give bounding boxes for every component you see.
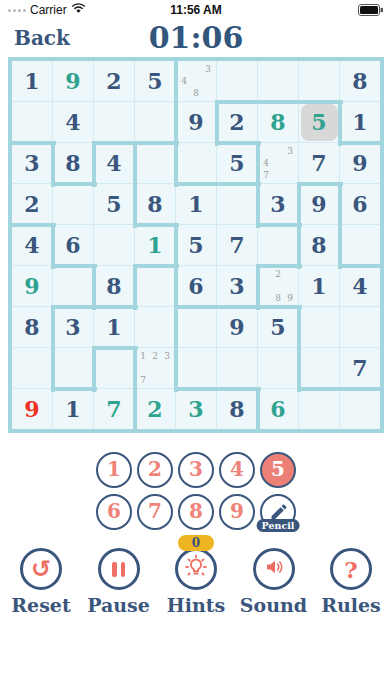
sudoku-cell[interactable]: 6 [53,225,93,265]
cell-digit: 9 [299,184,339,224]
pause-icon [112,562,125,577]
sudoku-cell[interactable]: 1 [299,266,339,306]
cell-digit: 6 [176,266,216,306]
toolbar: ↺ Reset Pause Hints Sound ? Rules [0,548,392,618]
cell-digit: 9 [340,143,380,183]
cell-digit: 9 [176,102,216,142]
pad-digit-3[interactable]: 3 [178,452,214,488]
sudoku-cell[interactable] [12,348,52,388]
sudoku-cell[interactable]: 5 [258,307,298,347]
sudoku-cell[interactable]: 9 [176,102,216,142]
number-pad-row1: 12345 [0,452,392,488]
sudoku-cell[interactable]: 8 [217,389,257,429]
cell-digit: 6 [340,184,380,224]
cell-digit: 4 [53,102,93,142]
sudoku-cell[interactable] [299,307,339,347]
pad-digit-4[interactable]: 4 [219,452,255,488]
sudoku-cell[interactable] [135,307,175,347]
sudoku-cell[interactable] [135,266,175,306]
sudoku-cell[interactable]: 347 [258,143,298,183]
pad-digit-label: 8 [180,496,212,527]
sudoku-cell[interactable]: 8 [299,225,339,265]
cell-digit: 4 [94,143,134,183]
sudoku-cell[interactable] [176,348,216,388]
cell-digit: 5 [258,307,298,347]
sudoku-cell[interactable] [53,184,93,224]
cell-digit: 5 [135,61,175,101]
sudoku-cell[interactable]: 3 [12,143,52,183]
sudoku-grid: 1925348849285138453477925813964615789863… [12,61,380,429]
sudoku-cell[interactable] [340,389,380,429]
sudoku-cell[interactable]: 5 [217,143,257,183]
sudoku-cell[interactable] [340,225,380,265]
cell-digit: 1 [340,102,380,142]
sudoku-cell[interactable]: 5 [94,184,134,224]
cell-digit: 9 [53,61,93,101]
cell-digit: 7 [340,348,380,388]
sudoku-cell[interactable] [135,102,175,142]
pad-digit-label: 1 [98,454,130,485]
cell-digit: 6 [53,225,93,265]
sudoku-cell[interactable]: 4 [340,266,380,306]
sudoku-cell[interactable] [299,389,339,429]
sudoku-cell[interactable]: 5 [176,225,216,265]
cell-digit: 9 [217,307,257,347]
sudoku-cell[interactable] [299,348,339,388]
reset-icon: ↺ [31,557,51,581]
sudoku-cell[interactable]: 7 [217,225,257,265]
hints-button[interactable]: Hints [157,548,235,616]
sudoku-cell[interactable]: 2 [135,389,175,429]
cell-digit: 5 [176,225,216,265]
status-bar: Carrier 11:56 AM [0,0,392,20]
sudoku-cell[interactable] [217,61,257,101]
pad-digit-label: 5 [262,454,294,485]
cell-digit: 8 [217,389,257,429]
cell-digit: 1 [12,61,52,101]
clock-time: 11:56 AM [0,3,392,17]
sudoku-cell[interactable] [135,143,175,183]
pad-digit-label: 3 [180,454,212,485]
sudoku-cell[interactable] [53,266,93,306]
sudoku-cell[interactable]: 8 [94,266,134,306]
cell-digit: 8 [340,61,380,101]
sudoku-cell[interactable]: 7 [94,389,134,429]
sudoku-cell[interactable]: 6 [176,266,216,306]
cell-digit: 8 [53,143,93,183]
rules-button[interactable]: ? Rules [312,548,390,616]
cell-digit: 1 [135,225,175,265]
cell-digit: 2 [217,102,257,142]
sudoku-cell[interactable]: 5 [135,61,175,101]
sudoku-board: 1925348849285138453477925813964615789863… [8,57,384,433]
cell-digit: 2 [135,389,175,429]
sudoku-cell[interactable]: 9 [12,266,52,306]
sudoku-cell[interactable] [53,348,93,388]
sudoku-cell[interactable]: 8 [135,184,175,224]
pencil-marks: 1237 [137,350,173,386]
cell-digit: 3 [176,389,216,429]
pad-digit-label: 7 [139,496,171,527]
cell-digit: 3 [12,143,52,183]
sudoku-cell[interactable]: 8 [12,307,52,347]
sudoku-cell[interactable] [94,348,134,388]
sudoku-cell[interactable]: 1 [94,307,134,347]
cell-digit: 1 [94,307,134,347]
sudoku-cell[interactable] [217,184,257,224]
sudoku-cell[interactable]: 9 [53,61,93,101]
sudoku-cell[interactable]: 9 [340,143,380,183]
pad-digit-9[interactable]: 9 [219,494,255,530]
sudoku-cell[interactable]: 7 [299,143,339,183]
cell-digit: 7 [94,389,134,429]
sudoku-cell[interactable]: 1237 [135,348,175,388]
pad-digit-1[interactable]: 1 [96,452,132,488]
cell-digit: 9 [12,389,52,429]
sudoku-cell[interactable]: 6 [258,389,298,429]
cell-digit: 7 [217,225,257,265]
sudoku-cell[interactable]: 8 [258,102,298,142]
pad-digit-8[interactable]: 8 [178,494,214,530]
sudoku-app: Carrier 11:56 AM Back 01:06 192534884928… [0,0,392,696]
sudoku-cell[interactable] [217,348,257,388]
pause-button[interactable]: Pause [80,548,158,616]
sound-button[interactable]: Sound [235,548,313,616]
cell-digit: 4 [340,266,380,306]
pad-digit-label: 6 [98,496,130,527]
cell-digit: 2 [94,61,134,101]
sudoku-cell[interactable]: 4 [12,225,52,265]
pad-digit-7[interactable]: 7 [137,494,173,530]
pencil-marks: 348 [178,63,214,99]
sudoku-cell[interactable] [299,61,339,101]
sudoku-cell[interactable]: 5 [299,102,339,142]
sudoku-cell[interactable]: 289 [258,266,298,306]
sudoku-cell[interactable]: 2 [217,102,257,142]
game-timer: 01:06 [0,20,392,55]
cell-digit: 8 [258,102,298,142]
sudoku-cell[interactable] [176,143,216,183]
pad-digit-6[interactable]: 6 [96,494,132,530]
lightbulb-icon [183,554,209,584]
speaker-icon [262,555,286,583]
pad-digit-label: 4 [221,454,253,485]
cell-digit: 1 [53,389,93,429]
cell-digit: 5 [217,143,257,183]
sudoku-cell[interactable] [258,348,298,388]
sudoku-cell[interactable]: 1 [135,225,175,265]
sudoku-cell[interactable] [258,225,298,265]
sudoku-cell[interactable]: 1 [340,102,380,142]
sudoku-cell[interactable]: 3 [217,266,257,306]
sudoku-cell[interactable]: 6 [340,184,380,224]
reset-label: Reset [2,594,80,616]
cell-digit: 1 [176,184,216,224]
pad-digit-2[interactable]: 2 [137,452,173,488]
number-pad-row2: 6789Pencil [0,494,392,530]
sudoku-cell[interactable]: 3 [53,307,93,347]
cell-digit: 5 [299,102,339,142]
cell-digit: 6 [258,389,298,429]
sudoku-cell[interactable]: 3 [258,184,298,224]
cell-digit: 3 [53,307,93,347]
pencil-marks: 289 [260,268,296,304]
pencil-mode-button[interactable]: Pencil [260,494,296,530]
rules-label: Rules [312,594,390,616]
sudoku-cell[interactable] [12,102,52,142]
cell-digit: 3 [258,184,298,224]
cell-digit: 3 [217,266,257,306]
sudoku-cell[interactable] [176,307,216,347]
sudoku-cell[interactable] [94,225,134,265]
cell-digit: 4 [12,225,52,265]
sudoku-cell[interactable]: 4 [53,102,93,142]
sudoku-cell[interactable] [258,61,298,101]
sound-label: Sound [235,594,313,616]
cell-digit: 8 [299,225,339,265]
reset-button[interactable]: ↺ Reset [2,548,80,616]
cell-digit: 8 [94,266,134,306]
sudoku-cell[interactable]: 8 [340,61,380,101]
sudoku-cell[interactable]: 9 [299,184,339,224]
sudoku-cell[interactable] [340,307,380,347]
cell-digit: 2 [12,184,52,224]
cell-digit: 7 [299,143,339,183]
hints-label: Hints [157,594,235,616]
sudoku-cell[interactable]: 1 [12,61,52,101]
sudoku-cell[interactable]: 3 [176,389,216,429]
sudoku-cell[interactable]: 4 [94,143,134,183]
cell-digit: 8 [12,307,52,347]
pencil-marks: 347 [260,145,296,181]
cell-digit: 8 [135,184,175,224]
sudoku-cell[interactable]: 2 [12,184,52,224]
sudoku-cell[interactable]: 2 [94,61,134,101]
sudoku-cell[interactable]: 9 [12,389,52,429]
sudoku-cell[interactable] [94,102,134,142]
hints-count-badge: 0 [178,535,214,551]
sudoku-cell[interactable]: 9 [217,307,257,347]
sudoku-cell[interactable]: 1 [53,389,93,429]
pause-label: Pause [80,594,158,616]
sudoku-cell[interactable]: 1 [176,184,216,224]
question-icon: ? [344,558,357,581]
pencil-badge-label: Pencil [257,519,300,532]
pad-digit-5[interactable]: 5 [260,452,296,488]
cell-digit: 1 [299,266,339,306]
pad-digit-label: 9 [221,496,253,527]
sudoku-cell[interactable]: 7 [340,348,380,388]
battery-icon [358,4,384,16]
pad-digit-label: 2 [139,454,171,485]
cell-digit: 5 [94,184,134,224]
sudoku-cell[interactable]: 348 [176,61,216,101]
sudoku-cell[interactable]: 8 [53,143,93,183]
cell-digit: 9 [12,266,52,306]
